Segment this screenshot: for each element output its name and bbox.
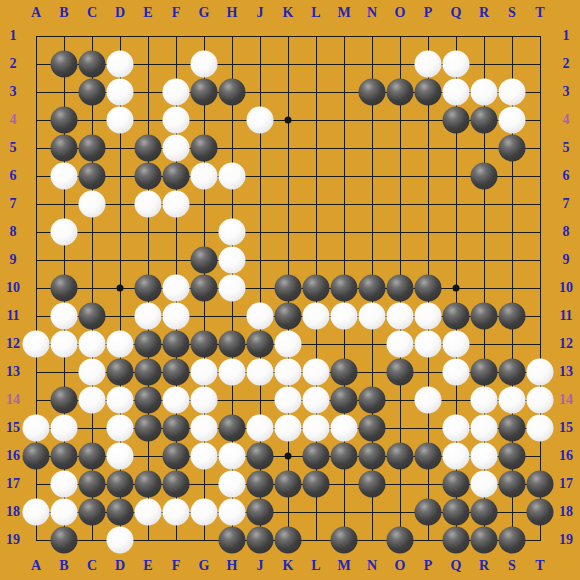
row-label-right-13: 13	[559, 365, 573, 379]
white-stone-H10[interactable]	[219, 275, 246, 302]
black-stone-C18[interactable]	[79, 499, 106, 526]
star-point-Q10	[453, 285, 460, 292]
white-stone-Q3[interactable]	[443, 79, 470, 106]
white-stone-B8[interactable]	[51, 219, 78, 246]
black-stone-O19[interactable]	[387, 527, 414, 554]
white-stone-G15[interactable]	[191, 415, 218, 442]
black-stone-O3[interactable]	[387, 79, 414, 106]
white-stone-B11[interactable]	[51, 303, 78, 330]
white-stone-D15[interactable]	[107, 415, 134, 442]
black-stone-B4[interactable]	[51, 107, 78, 134]
col-label-bottom-C: C	[87, 559, 97, 573]
row-label-left-19: 19	[6, 533, 20, 547]
white-stone-R15[interactable]	[471, 415, 498, 442]
black-stone-Q11[interactable]	[443, 303, 470, 330]
white-stone-A18[interactable]	[23, 499, 50, 526]
black-stone-H3[interactable]	[219, 79, 246, 106]
col-label-bottom-R: R	[479, 559, 489, 573]
row-label-right-12: 12	[559, 337, 573, 351]
black-stone-M13[interactable]	[331, 359, 358, 386]
white-stone-G13[interactable]	[191, 359, 218, 386]
black-stone-J12[interactable]	[247, 331, 274, 358]
white-stone-Q15[interactable]	[443, 415, 470, 442]
black-stone-F15[interactable]	[163, 415, 190, 442]
star-point-K16	[285, 453, 292, 460]
col-label-bottom-M: M	[337, 559, 350, 573]
white-stone-K15[interactable]	[275, 415, 302, 442]
black-stone-S15[interactable]	[499, 415, 526, 442]
white-stone-Q2[interactable]	[443, 51, 470, 78]
white-stone-C13[interactable]	[79, 359, 106, 386]
black-stone-H12[interactable]	[219, 331, 246, 358]
col-label-top-G: G	[199, 6, 210, 20]
black-stone-C16[interactable]	[79, 443, 106, 470]
black-stone-D18[interactable]	[107, 499, 134, 526]
row-label-left-3: 3	[10, 85, 17, 99]
white-stone-N11[interactable]	[359, 303, 386, 330]
black-stone-M16[interactable]	[331, 443, 358, 470]
col-label-bottom-T: T	[535, 559, 544, 573]
black-stone-B10[interactable]	[51, 275, 78, 302]
row-label-left-15: 15	[6, 421, 20, 435]
col-label-top-F: F	[172, 6, 181, 20]
black-stone-S19[interactable]	[499, 527, 526, 554]
row-label-left-5: 5	[10, 141, 17, 155]
black-stone-S5[interactable]	[499, 135, 526, 162]
white-stone-G14[interactable]	[191, 387, 218, 414]
black-stone-F13[interactable]	[163, 359, 190, 386]
black-stone-J17[interactable]	[247, 471, 274, 498]
white-stone-L14[interactable]	[303, 387, 330, 414]
black-stone-F17[interactable]	[163, 471, 190, 498]
black-stone-K19[interactable]	[275, 527, 302, 554]
row-label-left-14: 14	[6, 393, 20, 407]
row-label-right-15: 15	[559, 421, 573, 435]
col-label-top-B: B	[59, 6, 68, 20]
white-stone-K12[interactable]	[275, 331, 302, 358]
black-stone-B2[interactable]	[51, 51, 78, 78]
row-label-left-16: 16	[6, 449, 20, 463]
row-label-right-8: 8	[563, 225, 570, 239]
col-label-top-A: A	[31, 6, 41, 20]
white-stone-T15[interactable]	[527, 415, 554, 442]
white-stone-D12[interactable]	[107, 331, 134, 358]
row-label-right-16: 16	[559, 449, 573, 463]
black-stone-O10[interactable]	[387, 275, 414, 302]
col-label-top-C: C	[87, 6, 97, 20]
black-stone-T17[interactable]	[527, 471, 554, 498]
white-stone-H8[interactable]	[219, 219, 246, 246]
white-stone-L15[interactable]	[303, 415, 330, 442]
black-stone-R19[interactable]	[471, 527, 498, 554]
col-label-top-P: P	[424, 6, 433, 20]
black-stone-N15[interactable]	[359, 415, 386, 442]
row-label-right-5: 5	[563, 141, 570, 155]
black-stone-C2[interactable]	[79, 51, 106, 78]
black-stone-J16[interactable]	[247, 443, 274, 470]
white-stone-L11[interactable]	[303, 303, 330, 330]
black-stone-A16[interactable]	[23, 443, 50, 470]
white-stone-D2[interactable]	[107, 51, 134, 78]
row-label-right-6: 6	[563, 169, 570, 183]
black-stone-M19[interactable]	[331, 527, 358, 554]
black-stone-G3[interactable]	[191, 79, 218, 106]
black-stone-E13[interactable]	[135, 359, 162, 386]
black-stone-S17[interactable]	[499, 471, 526, 498]
star-point-D10	[117, 285, 124, 292]
white-stone-A12[interactable]	[23, 331, 50, 358]
white-stone-Q12[interactable]	[443, 331, 470, 358]
black-stone-H15[interactable]	[219, 415, 246, 442]
col-label-bottom-H: H	[227, 559, 238, 573]
white-stone-F14[interactable]	[163, 387, 190, 414]
black-stone-S11[interactable]	[499, 303, 526, 330]
col-label-top-R: R	[479, 6, 489, 20]
white-stone-P2[interactable]	[415, 51, 442, 78]
black-stone-Q19[interactable]	[443, 527, 470, 554]
row-label-left-7: 7	[10, 197, 17, 211]
white-stone-B15[interactable]	[51, 415, 78, 442]
white-stone-F4[interactable]	[163, 107, 190, 134]
row-label-right-14: 14	[559, 393, 573, 407]
row-label-left-6: 6	[10, 169, 17, 183]
white-stone-F18[interactable]	[163, 499, 190, 526]
white-stone-H9[interactable]	[219, 247, 246, 274]
black-stone-Q4[interactable]	[443, 107, 470, 134]
col-label-bottom-S: S	[508, 559, 516, 573]
white-stone-S4[interactable]	[499, 107, 526, 134]
white-stone-K14[interactable]	[275, 387, 302, 414]
col-label-top-H: H	[227, 6, 238, 20]
col-label-top-Q: Q	[451, 6, 462, 20]
black-stone-K10[interactable]	[275, 275, 302, 302]
black-stone-J19[interactable]	[247, 527, 274, 554]
white-stone-J11[interactable]	[247, 303, 274, 330]
black-stone-R6[interactable]	[471, 163, 498, 190]
white-stone-G2[interactable]	[191, 51, 218, 78]
black-stone-F6[interactable]	[163, 163, 190, 190]
white-stone-R16[interactable]	[471, 443, 498, 470]
black-stone-L16[interactable]	[303, 443, 330, 470]
white-stone-T14[interactable]	[527, 387, 554, 414]
black-stone-R4[interactable]	[471, 107, 498, 134]
col-label-top-K: K	[283, 6, 294, 20]
white-stone-M15[interactable]	[331, 415, 358, 442]
col-label-top-D: D	[115, 6, 125, 20]
col-label-top-E: E	[143, 6, 152, 20]
white-stone-P14[interactable]	[415, 387, 442, 414]
white-stone-C7[interactable]	[79, 191, 106, 218]
white-stone-A15[interactable]	[23, 415, 50, 442]
black-stone-S13[interactable]	[499, 359, 526, 386]
white-stone-G16[interactable]	[191, 443, 218, 470]
white-stone-J15[interactable]	[247, 415, 274, 442]
col-label-bottom-K: K	[283, 559, 294, 573]
col-label-bottom-G: G	[199, 559, 210, 573]
black-stone-C17[interactable]	[79, 471, 106, 498]
col-label-bottom-O: O	[395, 559, 406, 573]
white-stone-K13[interactable]	[275, 359, 302, 386]
white-stone-H18[interactable]	[219, 499, 246, 526]
white-stone-C14[interactable]	[79, 387, 106, 414]
white-stone-H16[interactable]	[219, 443, 246, 470]
black-stone-E12[interactable]	[135, 331, 162, 358]
row-label-right-19: 19	[559, 533, 573, 547]
white-stone-G6[interactable]	[191, 163, 218, 190]
black-stone-C11[interactable]	[79, 303, 106, 330]
col-label-top-M: M	[337, 6, 350, 20]
white-stone-B12[interactable]	[51, 331, 78, 358]
black-stone-C6[interactable]	[79, 163, 106, 190]
black-stone-P18[interactable]	[415, 499, 442, 526]
black-stone-L17[interactable]	[303, 471, 330, 498]
white-stone-F5[interactable]	[163, 135, 190, 162]
white-stone-J13[interactable]	[247, 359, 274, 386]
col-label-bottom-L: L	[311, 559, 320, 573]
col-label-bottom-A: A	[31, 559, 41, 573]
row-label-right-17: 17	[559, 477, 573, 491]
black-stone-G10[interactable]	[191, 275, 218, 302]
row-label-left-8: 8	[10, 225, 17, 239]
row-label-right-18: 18	[559, 505, 573, 519]
col-label-top-S: S	[508, 6, 516, 20]
row-label-left-18: 18	[6, 505, 20, 519]
black-stone-T18[interactable]	[527, 499, 554, 526]
col-label-bottom-N: N	[367, 559, 377, 573]
col-label-bottom-J: J	[257, 559, 264, 573]
black-stone-E10[interactable]	[135, 275, 162, 302]
white-stone-L13[interactable]	[303, 359, 330, 386]
black-stone-P3[interactable]	[415, 79, 442, 106]
white-stone-B17[interactable]	[51, 471, 78, 498]
row-label-right-4: 4	[563, 113, 570, 127]
col-label-bottom-E: E	[143, 559, 152, 573]
white-stone-C12[interactable]	[79, 331, 106, 358]
row-label-left-17: 17	[6, 477, 20, 491]
black-stone-D17[interactable]	[107, 471, 134, 498]
black-stone-Q18[interactable]	[443, 499, 470, 526]
white-stone-F10[interactable]	[163, 275, 190, 302]
white-stone-D4[interactable]	[107, 107, 134, 134]
white-stone-R3[interactable]	[471, 79, 498, 106]
black-stone-K11[interactable]	[275, 303, 302, 330]
row-label-right-2: 2	[563, 57, 570, 71]
black-stone-C3[interactable]	[79, 79, 106, 106]
black-stone-N17[interactable]	[359, 471, 386, 498]
black-stone-E5[interactable]	[135, 135, 162, 162]
white-stone-D14[interactable]	[107, 387, 134, 414]
white-stone-G18[interactable]	[191, 499, 218, 526]
row-label-right-9: 9	[563, 253, 570, 267]
black-stone-O16[interactable]	[387, 443, 414, 470]
white-stone-R17[interactable]	[471, 471, 498, 498]
row-label-left-13: 13	[6, 365, 20, 379]
white-stone-E7[interactable]	[135, 191, 162, 218]
col-label-bottom-F: F	[172, 559, 181, 573]
white-stone-T13[interactable]	[527, 359, 554, 386]
col-label-top-J: J	[257, 6, 264, 20]
white-stone-F7[interactable]	[163, 191, 190, 218]
black-stone-R11[interactable]	[471, 303, 498, 330]
row-label-left-1: 1	[10, 29, 17, 43]
black-stone-D13[interactable]	[107, 359, 134, 386]
white-stone-D19[interactable]	[107, 527, 134, 554]
black-stone-N10[interactable]	[359, 275, 386, 302]
white-stone-H17[interactable]	[219, 471, 246, 498]
black-stone-L10[interactable]	[303, 275, 330, 302]
row-label-left-10: 10	[6, 281, 20, 295]
white-stone-M11[interactable]	[331, 303, 358, 330]
white-stone-O12[interactable]	[387, 331, 414, 358]
col-label-bottom-B: B	[59, 559, 68, 573]
black-stone-M10[interactable]	[331, 275, 358, 302]
black-stone-C5[interactable]	[79, 135, 106, 162]
black-stone-O13[interactable]	[387, 359, 414, 386]
col-label-top-L: L	[311, 6, 320, 20]
black-stone-G9[interactable]	[191, 247, 218, 274]
white-stone-D3[interactable]	[107, 79, 134, 106]
col-label-bottom-Q: Q	[451, 559, 462, 573]
row-label-left-9: 9	[10, 253, 17, 267]
white-stone-E11[interactable]	[135, 303, 162, 330]
col-label-bottom-P: P	[424, 559, 433, 573]
black-stone-Q17[interactable]	[443, 471, 470, 498]
white-stone-J4[interactable]	[247, 107, 274, 134]
black-stone-B14[interactable]	[51, 387, 78, 414]
black-stone-R13[interactable]	[471, 359, 498, 386]
white-stone-E18[interactable]	[135, 499, 162, 526]
white-stone-Q16[interactable]	[443, 443, 470, 470]
black-stone-B19[interactable]	[51, 527, 78, 554]
white-stone-H13[interactable]	[219, 359, 246, 386]
white-stone-S3[interactable]	[499, 79, 526, 106]
black-stone-E17[interactable]	[135, 471, 162, 498]
col-label-top-O: O	[395, 6, 406, 20]
black-stone-S16[interactable]	[499, 443, 526, 470]
black-stone-K17[interactable]	[275, 471, 302, 498]
row-label-left-12: 12	[6, 337, 20, 351]
col-label-bottom-D: D	[115, 559, 125, 573]
black-stone-M14[interactable]	[331, 387, 358, 414]
white-stone-Q13[interactable]	[443, 359, 470, 386]
black-stone-E6[interactable]	[135, 163, 162, 190]
white-stone-D16[interactable]	[107, 443, 134, 470]
black-stone-H19[interactable]	[219, 527, 246, 554]
col-label-top-N: N	[367, 6, 377, 20]
black-stone-R18[interactable]	[471, 499, 498, 526]
white-stone-P12[interactable]	[415, 331, 442, 358]
black-stone-B5[interactable]	[51, 135, 78, 162]
black-stone-N16[interactable]	[359, 443, 386, 470]
black-stone-G5[interactable]	[191, 135, 218, 162]
white-stone-B6[interactable]	[51, 163, 78, 190]
row-label-right-3: 3	[563, 85, 570, 99]
white-stone-B18[interactable]	[51, 499, 78, 526]
row-label-right-1: 1	[563, 29, 570, 43]
go-board: AABBCCDDEEFFGGHHJJKKLLMMNNOOPPQQRRSSTT11…	[0, 0, 580, 580]
black-stone-J18[interactable]	[247, 499, 274, 526]
white-stone-P11[interactable]	[415, 303, 442, 330]
row-label-right-7: 7	[563, 197, 570, 211]
black-stone-N14[interactable]	[359, 387, 386, 414]
black-stone-B16[interactable]	[51, 443, 78, 470]
black-stone-F12[interactable]	[163, 331, 190, 358]
white-stone-H6[interactable]	[219, 163, 246, 190]
row-label-right-10: 10	[559, 281, 573, 295]
white-stone-S14[interactable]	[499, 387, 526, 414]
white-stone-O11[interactable]	[387, 303, 414, 330]
black-stone-N3[interactable]	[359, 79, 386, 106]
col-label-top-T: T	[535, 6, 544, 20]
white-stone-F11[interactable]	[163, 303, 190, 330]
black-stone-E14[interactable]	[135, 387, 162, 414]
black-stone-P10[interactable]	[415, 275, 442, 302]
black-stone-E15[interactable]	[135, 415, 162, 442]
star-point-K4	[285, 117, 292, 124]
black-stone-P16[interactable]	[415, 443, 442, 470]
black-stone-G12[interactable]	[191, 331, 218, 358]
row-label-left-11: 11	[6, 309, 19, 323]
row-label-left-4: 4	[10, 113, 17, 127]
white-stone-R14[interactable]	[471, 387, 498, 414]
row-label-right-11: 11	[559, 309, 572, 323]
black-stone-F16[interactable]	[163, 443, 190, 470]
row-label-left-2: 2	[10, 57, 17, 71]
white-stone-F3[interactable]	[163, 79, 190, 106]
